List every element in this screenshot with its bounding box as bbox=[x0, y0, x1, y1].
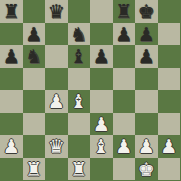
black-knight[interactable]: ♞ bbox=[25, 45, 42, 68]
square-c7[interactable] bbox=[45, 23, 68, 46]
square-f1[interactable] bbox=[113, 158, 136, 181]
square-a1[interactable] bbox=[0, 158, 23, 181]
square-c5[interactable] bbox=[45, 68, 68, 91]
white-rook[interactable]: ♜ bbox=[25, 158, 42, 181]
square-g6[interactable]: ♟ bbox=[135, 45, 158, 68]
black-pawn[interactable]: ♟ bbox=[3, 45, 20, 68]
square-e8[interactable] bbox=[90, 0, 113, 23]
square-g4[interactable] bbox=[135, 90, 158, 113]
square-a7[interactable] bbox=[0, 23, 23, 46]
white-queen[interactable]: ♛ bbox=[48, 135, 65, 158]
black-pawn[interactable]: ♟ bbox=[93, 45, 110, 68]
square-d4[interactable]: ♝ bbox=[68, 90, 91, 113]
black-pawn[interactable]: ♟ bbox=[115, 23, 132, 46]
square-g2[interactable]: ♟ bbox=[135, 135, 158, 158]
square-b8[interactable] bbox=[23, 0, 46, 23]
square-b3[interactable] bbox=[23, 113, 46, 136]
square-d3[interactable] bbox=[68, 113, 91, 136]
square-g8[interactable]: ♚ bbox=[135, 0, 158, 23]
square-g3[interactable] bbox=[135, 113, 158, 136]
square-a3[interactable] bbox=[0, 113, 23, 136]
square-f5[interactable] bbox=[113, 68, 136, 91]
white-pawn[interactable]: ♟ bbox=[3, 135, 20, 158]
square-f3[interactable] bbox=[113, 113, 136, 136]
square-c1[interactable] bbox=[45, 158, 68, 181]
square-e5[interactable] bbox=[90, 68, 113, 91]
square-d7[interactable]: ♞ bbox=[68, 23, 91, 46]
square-e7[interactable] bbox=[90, 23, 113, 46]
square-f4[interactable] bbox=[113, 90, 136, 113]
square-b2[interactable] bbox=[23, 135, 46, 158]
square-e6[interactable]: ♟ bbox=[90, 45, 113, 68]
square-e1[interactable] bbox=[90, 158, 113, 181]
square-b4[interactable] bbox=[23, 90, 46, 113]
square-a6[interactable]: ♟ bbox=[0, 45, 23, 68]
square-d6[interactable]: ♝ bbox=[68, 45, 91, 68]
white-bishop[interactable]: ♝ bbox=[93, 135, 110, 158]
square-f6[interactable] bbox=[113, 45, 136, 68]
black-pawn[interactable]: ♟ bbox=[138, 23, 155, 46]
square-d5[interactable] bbox=[68, 68, 91, 91]
square-g1[interactable]: ♚ bbox=[135, 158, 158, 181]
white-king[interactable]: ♚ bbox=[138, 158, 155, 181]
square-b6[interactable]: ♞ bbox=[23, 45, 46, 68]
square-a4[interactable] bbox=[0, 90, 23, 113]
square-e4[interactable] bbox=[90, 90, 113, 113]
square-c8[interactable]: ♛ bbox=[45, 0, 68, 23]
square-f2[interactable]: ♟ bbox=[113, 135, 136, 158]
black-rook[interactable]: ♜ bbox=[3, 0, 20, 23]
chess-board: ♜♛♜♚♟♞♟♟♟♞♝♟♟♟♝♟♟♛♝♟♟♟♜♜♚ bbox=[0, 0, 180, 180]
black-knight[interactable]: ♞ bbox=[70, 23, 87, 46]
square-h7[interactable] bbox=[158, 23, 181, 46]
white-pawn[interactable]: ♟ bbox=[48, 90, 65, 113]
black-pawn[interactable]: ♟ bbox=[25, 23, 42, 46]
square-a8[interactable]: ♜ bbox=[0, 0, 23, 23]
square-h8[interactable] bbox=[158, 0, 181, 23]
square-c3[interactable] bbox=[45, 113, 68, 136]
square-d8[interactable] bbox=[68, 0, 91, 23]
white-pawn[interactable]: ♟ bbox=[93, 113, 110, 136]
square-b7[interactable]: ♟ bbox=[23, 23, 46, 46]
square-e3[interactable]: ♟ bbox=[90, 113, 113, 136]
white-bishop[interactable]: ♝ bbox=[70, 90, 87, 113]
square-h3[interactable] bbox=[158, 113, 181, 136]
square-g5[interactable] bbox=[135, 68, 158, 91]
black-queen[interactable]: ♛ bbox=[48, 0, 65, 23]
square-a2[interactable]: ♟ bbox=[0, 135, 23, 158]
square-d2[interactable] bbox=[68, 135, 91, 158]
white-pawn[interactable]: ♟ bbox=[115, 135, 132, 158]
black-king[interactable]: ♚ bbox=[138, 0, 155, 23]
square-b1[interactable]: ♜ bbox=[23, 158, 46, 181]
square-h4[interactable] bbox=[158, 90, 181, 113]
square-b5[interactable] bbox=[23, 68, 46, 91]
black-pawn[interactable]: ♟ bbox=[138, 45, 155, 68]
square-e2[interactable]: ♝ bbox=[90, 135, 113, 158]
square-c6[interactable] bbox=[45, 45, 68, 68]
square-h1[interactable] bbox=[158, 158, 181, 181]
white-rook[interactable]: ♜ bbox=[70, 158, 87, 181]
square-d1[interactable]: ♜ bbox=[68, 158, 91, 181]
square-h5[interactable] bbox=[158, 68, 181, 91]
square-f7[interactable]: ♟ bbox=[113, 23, 136, 46]
square-c4[interactable]: ♟ bbox=[45, 90, 68, 113]
square-h2[interactable]: ♟ bbox=[158, 135, 181, 158]
square-a5[interactable] bbox=[0, 68, 23, 91]
white-pawn[interactable]: ♟ bbox=[160, 135, 177, 158]
square-g7[interactable]: ♟ bbox=[135, 23, 158, 46]
black-bishop[interactable]: ♝ bbox=[70, 45, 87, 68]
white-pawn[interactable]: ♟ bbox=[138, 135, 155, 158]
square-f8[interactable]: ♜ bbox=[113, 0, 136, 23]
square-h6[interactable] bbox=[158, 45, 181, 68]
square-c2[interactable]: ♛ bbox=[45, 135, 68, 158]
black-rook[interactable]: ♜ bbox=[115, 0, 132, 23]
